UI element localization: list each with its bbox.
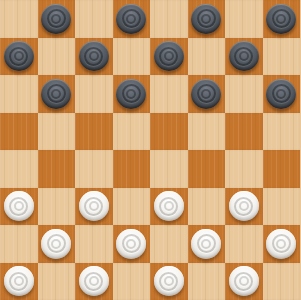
piece-inner-ring bbox=[276, 14, 286, 24]
square-r3c2[interactable] bbox=[75, 113, 113, 151]
piece-inner-ring bbox=[51, 14, 61, 24]
white-piece[interactable] bbox=[4, 266, 34, 296]
piece-outer-ring bbox=[197, 234, 216, 253]
dark-piece[interactable] bbox=[4, 41, 34, 71]
piece-inner-ring bbox=[239, 201, 249, 211]
square-r3c0[interactable] bbox=[0, 113, 38, 151]
square-r4c6[interactable] bbox=[225, 150, 263, 188]
piece-inner-ring bbox=[89, 201, 99, 211]
square-r6c5[interactable] bbox=[188, 225, 226, 263]
square-r7c0[interactable] bbox=[0, 263, 38, 300]
piece-outer-ring bbox=[9, 197, 28, 216]
white-piece[interactable] bbox=[79, 266, 109, 296]
square-r0c7[interactable] bbox=[263, 0, 301, 38]
piece-inner-ring bbox=[89, 276, 99, 286]
square-r2c3[interactable] bbox=[113, 75, 151, 113]
piece-outer-ring bbox=[234, 272, 253, 291]
square-r4c4[interactable] bbox=[150, 150, 188, 188]
piece-outer-ring bbox=[47, 234, 66, 253]
piece-outer-ring bbox=[9, 272, 28, 291]
piece-inner-ring bbox=[201, 89, 211, 99]
piece-outer-ring bbox=[234, 47, 253, 66]
piece-inner-ring bbox=[14, 276, 24, 286]
square-r0c5[interactable] bbox=[188, 0, 226, 38]
square-r3c1[interactable] bbox=[38, 113, 76, 151]
square-r7c6[interactable] bbox=[225, 263, 263, 300]
square-r6c2[interactable] bbox=[75, 225, 113, 263]
white-piece[interactable] bbox=[154, 191, 184, 221]
piece-outer-ring bbox=[272, 9, 291, 28]
square-r3c4[interactable] bbox=[150, 113, 188, 151]
square-r7c7[interactable] bbox=[263, 263, 301, 300]
piece-inner-ring bbox=[14, 51, 24, 61]
square-r6c1[interactable] bbox=[38, 225, 76, 263]
square-r2c4[interactable] bbox=[150, 75, 188, 113]
piece-inner-ring bbox=[51, 239, 61, 249]
square-r3c6[interactable] bbox=[225, 113, 263, 151]
square-r0c6[interactable] bbox=[225, 0, 263, 38]
square-r6c6[interactable] bbox=[225, 225, 263, 263]
checkers-board bbox=[0, 0, 300, 300]
square-r0c3[interactable] bbox=[113, 0, 151, 38]
white-piece[interactable] bbox=[116, 229, 146, 259]
square-r5c0[interactable] bbox=[0, 188, 38, 226]
dark-piece[interactable] bbox=[229, 41, 259, 71]
square-r2c5[interactable] bbox=[188, 75, 226, 113]
square-r1c0[interactable] bbox=[0, 38, 38, 76]
dark-piece[interactable] bbox=[116, 4, 146, 34]
square-r5c6[interactable] bbox=[225, 188, 263, 226]
square-r5c3[interactable] bbox=[113, 188, 151, 226]
piece-inner-ring bbox=[201, 239, 211, 249]
square-r1c5[interactable] bbox=[188, 38, 226, 76]
square-r1c4[interactable] bbox=[150, 38, 188, 76]
piece-outer-ring bbox=[122, 234, 141, 253]
square-r4c1[interactable] bbox=[38, 150, 76, 188]
square-r4c2[interactable] bbox=[75, 150, 113, 188]
square-r3c7[interactable] bbox=[263, 113, 301, 151]
square-r4c0[interactable] bbox=[0, 150, 38, 188]
white-piece[interactable] bbox=[229, 266, 259, 296]
square-r1c3[interactable] bbox=[113, 38, 151, 76]
dark-piece[interactable] bbox=[116, 79, 146, 109]
piece-inner-ring bbox=[276, 239, 286, 249]
square-r0c0[interactable] bbox=[0, 0, 38, 38]
piece-inner-ring bbox=[126, 89, 136, 99]
square-r5c2[interactable] bbox=[75, 188, 113, 226]
piece-inner-ring bbox=[126, 239, 136, 249]
white-piece[interactable] bbox=[41, 229, 71, 259]
piece-outer-ring bbox=[47, 84, 66, 103]
piece-outer-ring bbox=[122, 84, 141, 103]
piece-outer-ring bbox=[272, 84, 291, 103]
square-r5c1[interactable] bbox=[38, 188, 76, 226]
piece-inner-ring bbox=[51, 89, 61, 99]
dark-piece[interactable] bbox=[191, 79, 221, 109]
square-r7c3[interactable] bbox=[113, 263, 151, 300]
square-r3c3[interactable] bbox=[113, 113, 151, 151]
square-r7c4[interactable] bbox=[150, 263, 188, 300]
square-r5c5[interactable] bbox=[188, 188, 226, 226]
piece-outer-ring bbox=[159, 197, 178, 216]
square-r2c2[interactable] bbox=[75, 75, 113, 113]
piece-inner-ring bbox=[201, 14, 211, 24]
dark-piece[interactable] bbox=[266, 4, 296, 34]
square-r6c7[interactable] bbox=[263, 225, 301, 263]
white-piece[interactable] bbox=[229, 191, 259, 221]
square-r6c4[interactable] bbox=[150, 225, 188, 263]
piece-outer-ring bbox=[122, 9, 141, 28]
dark-piece[interactable] bbox=[79, 41, 109, 71]
square-r5c7[interactable] bbox=[263, 188, 301, 226]
piece-inner-ring bbox=[164, 51, 174, 61]
square-r0c1[interactable] bbox=[38, 0, 76, 38]
square-r1c2[interactable] bbox=[75, 38, 113, 76]
piece-outer-ring bbox=[84, 197, 103, 216]
piece-inner-ring bbox=[239, 276, 249, 286]
piece-outer-ring bbox=[47, 9, 66, 28]
piece-outer-ring bbox=[197, 9, 216, 28]
piece-outer-ring bbox=[272, 234, 291, 253]
dark-piece[interactable] bbox=[154, 41, 184, 71]
square-r4c3[interactable] bbox=[113, 150, 151, 188]
piece-outer-ring bbox=[9, 47, 28, 66]
square-r6c3[interactable] bbox=[113, 225, 151, 263]
piece-outer-ring bbox=[159, 47, 178, 66]
square-r5c4[interactable] bbox=[150, 188, 188, 226]
dark-piece[interactable] bbox=[266, 79, 296, 109]
piece-inner-ring bbox=[276, 89, 286, 99]
square-r1c1[interactable] bbox=[38, 38, 76, 76]
square-r4c5[interactable] bbox=[188, 150, 226, 188]
piece-outer-ring bbox=[197, 84, 216, 103]
dark-piece[interactable] bbox=[41, 4, 71, 34]
square-r6c0[interactable] bbox=[0, 225, 38, 263]
square-r2c7[interactable] bbox=[263, 75, 301, 113]
piece-outer-ring bbox=[234, 197, 253, 216]
square-r4c7[interactable] bbox=[263, 150, 301, 188]
piece-inner-ring bbox=[14, 201, 24, 211]
white-piece[interactable] bbox=[154, 266, 184, 296]
square-r7c5[interactable] bbox=[188, 263, 226, 300]
dark-piece[interactable] bbox=[41, 79, 71, 109]
square-r1c6[interactable] bbox=[225, 38, 263, 76]
piece-inner-ring bbox=[164, 201, 174, 211]
square-r7c1[interactable] bbox=[38, 263, 76, 300]
piece-inner-ring bbox=[239, 51, 249, 61]
square-r7c2[interactable] bbox=[75, 263, 113, 300]
piece-inner-ring bbox=[89, 51, 99, 61]
square-r2c1[interactable] bbox=[38, 75, 76, 113]
square-r2c6[interactable] bbox=[225, 75, 263, 113]
white-piece[interactable] bbox=[4, 191, 34, 221]
square-r0c2[interactable] bbox=[75, 0, 113, 38]
piece-outer-ring bbox=[84, 272, 103, 291]
piece-outer-ring bbox=[159, 272, 178, 291]
dark-piece[interactable] bbox=[191, 4, 221, 34]
piece-outer-ring bbox=[84, 47, 103, 66]
square-r3c5[interactable] bbox=[188, 113, 226, 151]
white-piece[interactable] bbox=[191, 229, 221, 259]
white-piece[interactable] bbox=[266, 229, 296, 259]
piece-inner-ring bbox=[126, 14, 136, 24]
square-r1c7[interactable] bbox=[263, 38, 301, 76]
piece-inner-ring bbox=[164, 276, 174, 286]
square-r0c4[interactable] bbox=[150, 0, 188, 38]
white-piece[interactable] bbox=[79, 191, 109, 221]
square-r2c0[interactable] bbox=[0, 75, 38, 113]
